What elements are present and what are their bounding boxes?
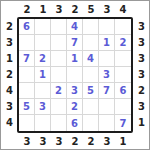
cell-r6c3[interactable] bbox=[51, 99, 67, 115]
right-clue-3: 3 bbox=[133, 51, 150, 67]
cell-r2c5[interactable] bbox=[83, 35, 99, 51]
right-clues: 3333231 bbox=[133, 19, 150, 131]
cell-r2c7[interactable]: 2 bbox=[115, 35, 131, 51]
cell-r1c7[interactable] bbox=[115, 19, 131, 35]
cell-r7c2[interactable] bbox=[35, 115, 51, 131]
cell-r1c3[interactable] bbox=[51, 19, 67, 35]
cell-r5c2[interactable] bbox=[35, 83, 51, 99]
cell-r4c3[interactable] bbox=[51, 67, 67, 83]
cell-r4c6[interactable]: 3 bbox=[99, 67, 115, 83]
right-clue-7: 1 bbox=[133, 115, 150, 131]
cell-r7c4[interactable]: 6 bbox=[67, 115, 83, 131]
cell-r5c1[interactable] bbox=[19, 83, 35, 99]
right-clue-1: 3 bbox=[133, 19, 150, 35]
cell-r6c6[interactable] bbox=[99, 99, 115, 115]
cell-r7c1[interactable] bbox=[19, 115, 35, 131]
left-clue-6: 3 bbox=[1, 99, 18, 115]
cell-r3c2[interactable]: 2 bbox=[35, 51, 51, 67]
cell-r1c5[interactable] bbox=[83, 19, 99, 35]
top-clue-1: 2 bbox=[19, 1, 35, 18]
cell-r3c3[interactable] bbox=[51, 51, 67, 67]
cell-r7c6[interactable] bbox=[99, 115, 115, 131]
left-clue-7: 4 bbox=[1, 115, 18, 131]
cell-r1c4[interactable]: 4 bbox=[67, 19, 83, 35]
top-clue-3: 3 bbox=[51, 1, 67, 18]
right-clue-2: 3 bbox=[133, 35, 150, 51]
cell-r3c5[interactable]: 4 bbox=[83, 51, 99, 67]
cell-r4c2[interactable]: 1 bbox=[35, 67, 51, 83]
top-clue-2: 1 bbox=[35, 1, 51, 18]
puzzle-frame: 2132534 2312434 3333231 3332231 64712721… bbox=[0, 0, 150, 150]
cell-r6c1[interactable]: 5 bbox=[19, 99, 35, 115]
cell-r6c7[interactable] bbox=[115, 99, 131, 115]
cell-r3c1[interactable]: 7 bbox=[19, 51, 35, 67]
cell-r4c4[interactable] bbox=[67, 67, 83, 83]
cell-r2c6[interactable]: 1 bbox=[99, 35, 115, 51]
left-clue-3: 1 bbox=[1, 51, 18, 67]
cell-r6c2[interactable]: 3 bbox=[35, 99, 51, 115]
bottom-clue-2: 3 bbox=[35, 133, 51, 150]
cell-r1c1[interactable]: 6 bbox=[19, 19, 35, 35]
cell-r5c6[interactable]: 7 bbox=[99, 83, 115, 99]
right-clue-4: 3 bbox=[133, 67, 150, 83]
cell-r1c2[interactable] bbox=[35, 19, 51, 35]
cell-r3c6[interactable] bbox=[99, 51, 115, 67]
bottom-clue-7: 1 bbox=[115, 133, 131, 150]
cell-r3c7[interactable] bbox=[115, 51, 131, 67]
bottom-clue-1: 3 bbox=[19, 133, 35, 150]
left-clues: 2312434 bbox=[1, 19, 18, 131]
cell-r5c4[interactable]: 3 bbox=[67, 83, 83, 99]
cell-r2c4[interactable]: 7 bbox=[67, 35, 83, 51]
cell-r4c5[interactable] bbox=[83, 67, 99, 83]
top-clue-4: 2 bbox=[67, 1, 83, 18]
cell-r2c2[interactable] bbox=[35, 35, 51, 51]
cell-r7c5[interactable] bbox=[83, 115, 99, 131]
cell-r3c4[interactable]: 1 bbox=[67, 51, 83, 67]
bottom-clues: 3332231 bbox=[19, 133, 131, 150]
cell-r4c7[interactable] bbox=[115, 67, 131, 83]
cell-r2c1[interactable] bbox=[19, 35, 35, 51]
left-clue-5: 4 bbox=[1, 83, 18, 99]
top-clue-7: 4 bbox=[115, 1, 131, 18]
left-clue-2: 3 bbox=[1, 35, 18, 51]
right-clue-6: 3 bbox=[133, 99, 150, 115]
bottom-clue-4: 2 bbox=[67, 133, 83, 150]
cell-r7c3[interactable] bbox=[51, 115, 67, 131]
left-clue-1: 2 bbox=[1, 19, 18, 35]
top-clues: 2132534 bbox=[19, 1, 131, 18]
top-clue-6: 3 bbox=[99, 1, 115, 18]
board-grid: 647127214132357653267 bbox=[17, 17, 133, 133]
cell-r4c1[interactable] bbox=[19, 67, 35, 83]
bottom-clue-3: 3 bbox=[51, 133, 67, 150]
cell-r6c5[interactable] bbox=[83, 99, 99, 115]
top-clue-5: 5 bbox=[83, 1, 99, 18]
cell-r6c4[interactable]: 2 bbox=[67, 99, 83, 115]
cell-r7c7[interactable]: 7 bbox=[115, 115, 131, 131]
bottom-clue-6: 3 bbox=[99, 133, 115, 150]
bottom-clue-5: 2 bbox=[83, 133, 99, 150]
left-clue-4: 2 bbox=[1, 67, 18, 83]
cell-r5c7[interactable]: 6 bbox=[115, 83, 131, 99]
cell-r1c6[interactable] bbox=[99, 19, 115, 35]
cell-r5c5[interactable]: 5 bbox=[83, 83, 99, 99]
right-clue-5: 2 bbox=[133, 83, 150, 99]
cell-r5c3[interactable]: 2 bbox=[51, 83, 67, 99]
cell-r2c3[interactable] bbox=[51, 35, 67, 51]
